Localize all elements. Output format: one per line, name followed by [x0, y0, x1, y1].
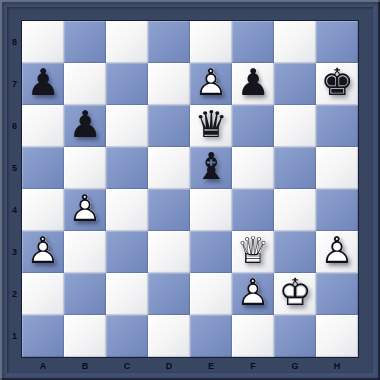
square-a1[interactable]	[22, 315, 64, 357]
square-f5[interactable]	[232, 147, 274, 189]
square-e4[interactable]	[190, 189, 232, 231]
rank-label-1: 1	[7, 315, 22, 357]
square-g3[interactable]	[274, 231, 316, 273]
file-label-d: D	[148, 358, 190, 373]
square-a2[interactable]	[22, 273, 64, 315]
file-label-h: H	[316, 358, 358, 373]
square-e2[interactable]	[190, 273, 232, 315]
rank-label-8: 8	[7, 21, 22, 63]
black-pawn-a7[interactable]: ♟	[22, 63, 64, 105]
square-d5[interactable]	[148, 147, 190, 189]
black-pawn-glyph: ♟	[68, 106, 101, 143]
square-c6[interactable]	[106, 105, 148, 147]
rank-label-7: 7	[7, 63, 22, 105]
white-pawn-f2[interactable]: ♟♙	[232, 273, 274, 315]
square-d6[interactable]	[148, 105, 190, 147]
file-label-f: F	[232, 358, 274, 373]
square-h3[interactable]: ♟♙	[316, 231, 358, 273]
square-f8[interactable]	[232, 21, 274, 63]
square-d2[interactable]	[148, 273, 190, 315]
file-label-c: C	[106, 358, 148, 373]
square-d8[interactable]	[148, 21, 190, 63]
square-h1[interactable]	[316, 315, 358, 357]
chessboard-frame: 87654321 ♟♟♙♟♚♟♛♝♟♙♟♙♛♕♟♙♟♙♚♔ ABCDEFGH	[0, 0, 380, 380]
white-pawn-outline: ♙	[26, 232, 59, 269]
square-a6[interactable]	[22, 105, 64, 147]
square-h8[interactable]	[316, 21, 358, 63]
square-d7[interactable]	[148, 63, 190, 105]
black-pawn-f7[interactable]: ♟	[232, 63, 274, 105]
square-g8[interactable]	[274, 21, 316, 63]
square-g1[interactable]	[274, 315, 316, 357]
square-f2[interactable]: ♟♙	[232, 273, 274, 315]
white-pawn-outline: ♙	[320, 232, 353, 269]
square-a8[interactable]	[22, 21, 64, 63]
square-e5[interactable]: ♝	[190, 147, 232, 189]
square-h7[interactable]: ♚	[316, 63, 358, 105]
square-h2[interactable]	[316, 273, 358, 315]
square-c3[interactable]	[106, 231, 148, 273]
rank-label-3: 3	[7, 231, 22, 273]
black-king-h7[interactable]: ♚	[316, 63, 358, 105]
square-b8[interactable]	[64, 21, 106, 63]
square-c8[interactable]	[106, 21, 148, 63]
rank-label-6: 6	[7, 105, 22, 147]
square-c5[interactable]	[106, 147, 148, 189]
square-f7[interactable]: ♟	[232, 63, 274, 105]
white-pawn-b4[interactable]: ♟♙	[64, 189, 106, 231]
file-labels: ABCDEFGH	[22, 358, 358, 373]
rank-label-4: 4	[7, 189, 22, 231]
black-pawn-glyph: ♟	[26, 64, 59, 101]
square-g5[interactable]	[274, 147, 316, 189]
square-e6[interactable]: ♛	[190, 105, 232, 147]
rank-label-5: 5	[7, 147, 22, 189]
black-pawn-b6[interactable]: ♟	[64, 105, 106, 147]
square-g6[interactable]	[274, 105, 316, 147]
square-a7[interactable]: ♟	[22, 63, 64, 105]
square-b5[interactable]	[64, 147, 106, 189]
black-queen-e6[interactable]: ♛	[190, 105, 232, 147]
square-h6[interactable]	[316, 105, 358, 147]
white-king-outline: ♔	[278, 274, 311, 311]
rank-label-2: 2	[7, 273, 22, 315]
black-bishop-e5[interactable]: ♝	[190, 147, 232, 189]
square-h4[interactable]	[316, 189, 358, 231]
square-c7[interactable]	[106, 63, 148, 105]
white-pawn-outline: ♙	[236, 274, 269, 311]
file-label-e: E	[190, 358, 232, 373]
white-pawn-a3[interactable]: ♟♙	[22, 231, 64, 273]
square-g7[interactable]	[274, 63, 316, 105]
square-h5[interactable]	[316, 147, 358, 189]
square-f4[interactable]	[232, 189, 274, 231]
black-queen-glyph: ♛	[194, 106, 227, 143]
chess-board: ♟♟♙♟♚♟♛♝♟♙♟♙♛♕♟♙♟♙♚♔	[22, 21, 358, 357]
black-pawn-glyph: ♟	[236, 64, 269, 101]
square-g4[interactable]	[274, 189, 316, 231]
white-pawn-e7[interactable]: ♟♙	[190, 63, 232, 105]
square-d3[interactable]	[148, 231, 190, 273]
square-d4[interactable]	[148, 189, 190, 231]
square-e3[interactable]	[190, 231, 232, 273]
rank-labels: 87654321	[7, 21, 22, 357]
square-e8[interactable]	[190, 21, 232, 63]
white-queen-outline: ♕	[236, 232, 269, 269]
square-f6[interactable]	[232, 105, 274, 147]
square-e1[interactable]	[190, 315, 232, 357]
file-label-a: A	[22, 358, 64, 373]
white-pawn-outline: ♙	[194, 64, 227, 101]
white-queen-f3[interactable]: ♛♕	[232, 231, 274, 273]
square-b6[interactable]: ♟	[64, 105, 106, 147]
black-king-glyph: ♚	[320, 64, 353, 101]
white-pawn-h3[interactable]: ♟♙	[316, 231, 358, 273]
square-b7[interactable]	[64, 63, 106, 105]
square-e7[interactable]: ♟♙	[190, 63, 232, 105]
square-b4[interactable]: ♟♙	[64, 189, 106, 231]
square-b3[interactable]	[64, 231, 106, 273]
square-b2[interactable]	[64, 273, 106, 315]
square-g2[interactable]: ♚♔	[274, 273, 316, 315]
square-a4[interactable]	[22, 189, 64, 231]
square-f3[interactable]: ♛♕	[232, 231, 274, 273]
square-a5[interactable]	[22, 147, 64, 189]
square-c4[interactable]	[106, 189, 148, 231]
square-f1[interactable]	[232, 315, 274, 357]
square-c2[interactable]	[106, 273, 148, 315]
square-a3[interactable]: ♟♙	[22, 231, 64, 273]
white-king-g2[interactable]: ♚♔	[274, 273, 316, 315]
file-label-g: G	[274, 358, 316, 373]
square-c1[interactable]	[106, 315, 148, 357]
black-bishop-glyph: ♝	[194, 148, 227, 185]
square-d1[interactable]	[148, 315, 190, 357]
file-label-b: B	[64, 358, 106, 373]
white-pawn-outline: ♙	[68, 190, 101, 227]
square-b1[interactable]	[64, 315, 106, 357]
